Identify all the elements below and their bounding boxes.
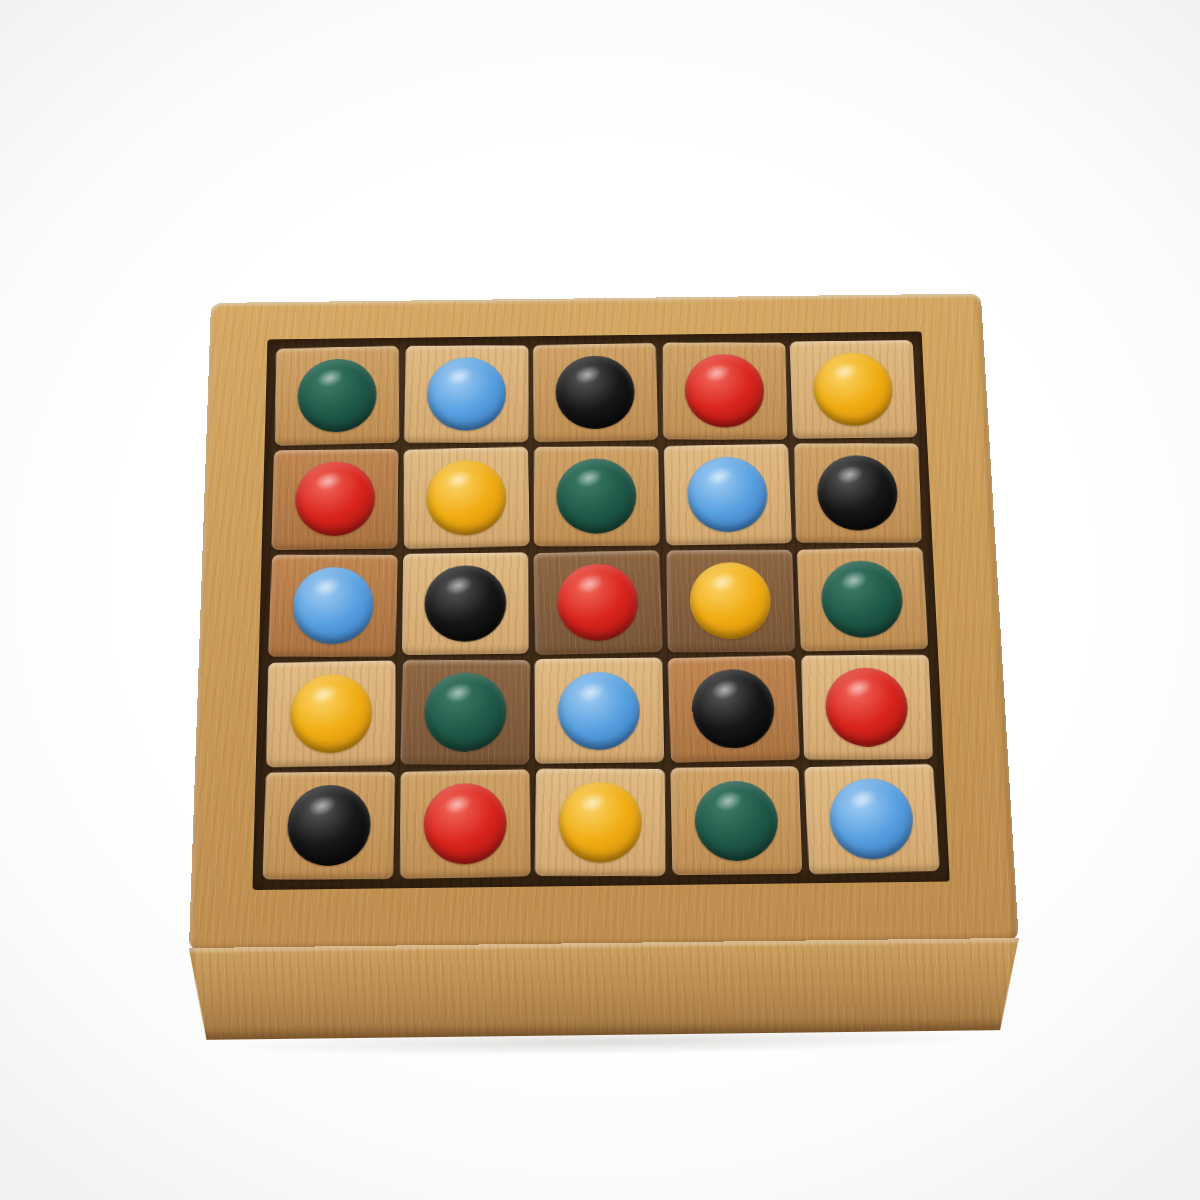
black-dot <box>286 785 371 866</box>
block-r2c1[interactable] <box>271 449 398 550</box>
tray-front-face <box>189 938 1020 1040</box>
block-r1c4[interactable] <box>662 342 787 439</box>
blue-dot <box>426 357 506 430</box>
yellow-dot <box>812 352 894 425</box>
block-r2c4[interactable] <box>663 444 791 546</box>
yellow-dot <box>689 562 772 639</box>
red-dot <box>556 563 639 641</box>
block-r1c5[interactable] <box>790 340 918 439</box>
block-r1c1[interactable] <box>275 346 399 446</box>
block-r3c4[interactable] <box>666 549 795 652</box>
blue-dot <box>828 778 916 860</box>
yellow-dot <box>289 674 372 754</box>
block-r5c1[interactable] <box>262 772 395 880</box>
puzzle-photo <box>180 227 1020 1040</box>
block-r4c2[interactable] <box>400 660 530 765</box>
block-r4c4[interactable] <box>667 655 799 763</box>
black-dot <box>555 355 635 429</box>
block-r3c1[interactable] <box>268 554 398 656</box>
block-r2c2[interactable] <box>403 446 529 549</box>
red-dot <box>825 668 910 747</box>
block-r3c2[interactable] <box>402 552 529 656</box>
red-dot <box>294 461 375 536</box>
block-r4c5[interactable] <box>801 655 933 760</box>
block-r1c3[interactable] <box>533 343 658 442</box>
block-r4c1[interactable] <box>266 661 395 768</box>
green-dot <box>556 458 636 533</box>
board-well <box>252 331 949 890</box>
green-dot <box>297 358 376 432</box>
yellow-dot <box>426 459 507 535</box>
block-r5c4[interactable] <box>670 766 803 875</box>
block-r2c3[interactable] <box>534 446 660 546</box>
black-dot <box>817 456 899 530</box>
blue-dot <box>558 671 641 750</box>
block-r5c2[interactable] <box>400 769 531 879</box>
block-r3c3[interactable] <box>533 550 662 655</box>
red-dot <box>684 355 764 428</box>
block-r2c5[interactable] <box>794 443 922 543</box>
yellow-dot <box>559 782 642 862</box>
block-r5c3[interactable] <box>535 769 666 876</box>
green-dot <box>820 560 905 638</box>
board-grid <box>263 340 940 880</box>
block-r3c5[interactable] <box>797 547 929 651</box>
red-dot <box>423 783 506 865</box>
black-dot <box>425 565 506 642</box>
block-r5c5[interactable] <box>804 764 940 875</box>
green-dot <box>423 673 506 751</box>
blue-dot <box>686 456 769 532</box>
wooden-tray <box>189 294 1019 952</box>
green-dot <box>694 780 779 861</box>
block-r1c2[interactable] <box>403 345 527 443</box>
black-dot <box>691 669 776 749</box>
blue-dot <box>291 567 375 643</box>
block-r4c3[interactable] <box>535 658 664 764</box>
